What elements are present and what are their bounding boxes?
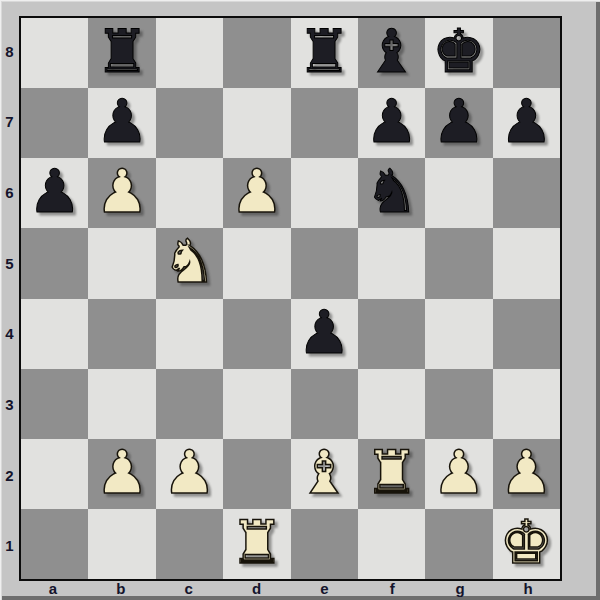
piece-white-pawn[interactable]: ♟	[95, 442, 149, 502]
rank-label-7: 7	[0, 87, 19, 158]
square-b1[interactable]	[88, 509, 155, 579]
piece-white-pawn[interactable]: ♟	[230, 161, 284, 221]
square-c5[interactable]: ♞	[156, 228, 223, 298]
piece-white-pawn[interactable]: ♟	[95, 161, 149, 221]
square-f2[interactable]: ♜	[358, 439, 425, 509]
square-f4[interactable]	[358, 299, 425, 369]
piece-black-pawn[interactable]: ♟	[499, 91, 553, 151]
file-label-e: e	[291, 580, 359, 597]
square-h8[interactable]	[493, 18, 560, 88]
square-c4[interactable]	[156, 299, 223, 369]
square-e5[interactable]	[291, 228, 358, 298]
square-e7[interactable]	[291, 88, 358, 158]
file-label-f: f	[358, 580, 426, 597]
square-c8[interactable]	[156, 18, 223, 88]
square-a3[interactable]	[21, 369, 88, 439]
piece-white-king[interactable]: ♚	[499, 512, 553, 572]
piece-white-knight[interactable]: ♞	[163, 231, 217, 291]
square-h4[interactable]	[493, 299, 560, 369]
square-f5[interactable]	[358, 228, 425, 298]
square-a5[interactable]	[21, 228, 88, 298]
square-g8[interactable]: ♚	[425, 18, 492, 88]
piece-white-rook[interactable]: ♜	[230, 512, 284, 572]
rank-label-3: 3	[0, 369, 19, 440]
square-e3[interactable]	[291, 369, 358, 439]
piece-black-bishop[interactable]: ♝	[365, 21, 419, 81]
square-h3[interactable]	[493, 369, 560, 439]
chess-diagram-frame: 87654321 ♜♜♝♚♟♟♟♟♟♟♟♞♞♟♟♟♝♜♟♟♜♚ abcdefgh	[0, 0, 600, 600]
square-f8[interactable]: ♝	[358, 18, 425, 88]
square-c6[interactable]	[156, 158, 223, 228]
square-g4[interactable]	[425, 299, 492, 369]
square-a1[interactable]	[21, 509, 88, 579]
piece-black-pawn[interactable]: ♟	[28, 161, 82, 221]
square-g3[interactable]	[425, 369, 492, 439]
square-g1[interactable]	[425, 509, 492, 579]
square-c2[interactable]: ♟	[156, 439, 223, 509]
square-e4[interactable]: ♟	[291, 299, 358, 369]
square-g7[interactable]: ♟	[425, 88, 492, 158]
file-label-d: d	[223, 580, 291, 597]
square-e2[interactable]: ♝	[291, 439, 358, 509]
square-c7[interactable]	[156, 88, 223, 158]
piece-white-pawn[interactable]: ♟	[499, 442, 553, 502]
file-label-b: b	[87, 580, 155, 597]
square-d7[interactable]	[223, 88, 290, 158]
piece-black-pawn[interactable]: ♟	[297, 302, 351, 362]
piece-black-pawn[interactable]: ♟	[365, 91, 419, 151]
piece-black-rook[interactable]: ♜	[297, 21, 351, 81]
piece-black-king[interactable]: ♚	[432, 21, 486, 81]
file-label-g: g	[426, 580, 494, 597]
rank-label-1: 1	[0, 510, 19, 581]
square-a8[interactable]	[21, 18, 88, 88]
square-d1[interactable]: ♜	[223, 509, 290, 579]
piece-black-pawn[interactable]: ♟	[95, 91, 149, 151]
square-d3[interactable]	[223, 369, 290, 439]
square-b5[interactable]	[88, 228, 155, 298]
square-d6[interactable]: ♟	[223, 158, 290, 228]
square-d5[interactable]	[223, 228, 290, 298]
square-e8[interactable]: ♜	[291, 18, 358, 88]
rank-label-2: 2	[0, 440, 19, 511]
square-g5[interactable]	[425, 228, 492, 298]
square-h2[interactable]: ♟	[493, 439, 560, 509]
square-b4[interactable]	[88, 299, 155, 369]
file-label-c: c	[155, 580, 223, 597]
square-h7[interactable]: ♟	[493, 88, 560, 158]
square-f6[interactable]: ♞	[358, 158, 425, 228]
square-h5[interactable]	[493, 228, 560, 298]
square-b2[interactable]: ♟	[88, 439, 155, 509]
square-g6[interactable]	[425, 158, 492, 228]
piece-white-rook[interactable]: ♜	[365, 442, 419, 502]
square-f7[interactable]: ♟	[358, 88, 425, 158]
square-a2[interactable]	[21, 439, 88, 509]
piece-white-bishop[interactable]: ♝	[297, 442, 351, 502]
rank-labels: 87654321	[0, 16, 19, 581]
square-f1[interactable]	[358, 509, 425, 579]
square-d2[interactable]	[223, 439, 290, 509]
square-h6[interactable]	[493, 158, 560, 228]
square-b6[interactable]: ♟	[88, 158, 155, 228]
square-e1[interactable]	[291, 509, 358, 579]
square-b3[interactable]	[88, 369, 155, 439]
file-label-a: a	[19, 580, 87, 597]
square-e6[interactable]	[291, 158, 358, 228]
file-labels: abcdefgh	[19, 580, 562, 596]
square-f3[interactable]	[358, 369, 425, 439]
piece-black-knight[interactable]: ♞	[365, 161, 419, 221]
rank-label-8: 8	[0, 16, 19, 87]
piece-white-pawn[interactable]: ♟	[432, 442, 486, 502]
piece-black-pawn[interactable]: ♟	[432, 91, 486, 151]
square-a7[interactable]	[21, 88, 88, 158]
square-d8[interactable]	[223, 18, 290, 88]
square-b7[interactable]: ♟	[88, 88, 155, 158]
square-h1[interactable]: ♚	[493, 509, 560, 579]
rank-label-4: 4	[0, 299, 19, 370]
piece-white-pawn[interactable]: ♟	[163, 442, 217, 502]
square-a4[interactable]	[21, 299, 88, 369]
square-b8[interactable]: ♜	[88, 18, 155, 88]
file-label-h: h	[494, 580, 562, 597]
square-a6[interactable]: ♟	[21, 158, 88, 228]
rank-label-5: 5	[0, 228, 19, 299]
rank-label-6: 6	[0, 157, 19, 228]
piece-black-rook[interactable]: ♜	[95, 21, 149, 81]
square-g2[interactable]: ♟	[425, 439, 492, 509]
chess-board: ♜♜♝♚♟♟♟♟♟♟♟♞♞♟♟♟♝♜♟♟♜♚	[19, 16, 562, 581]
square-c3[interactable]	[156, 369, 223, 439]
square-c1[interactable]	[156, 509, 223, 579]
square-d4[interactable]	[223, 299, 290, 369]
